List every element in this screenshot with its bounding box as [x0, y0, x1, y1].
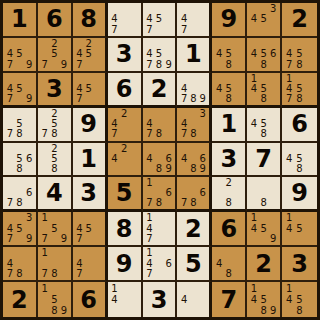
pencil-marks: 178 — [40, 248, 69, 279]
pencil-mark: 8 — [224, 269, 234, 279]
cell-r6c3[interactable]: 3 — [73, 177, 108, 212]
pencil-mark: 9 — [59, 59, 69, 69]
cell-r2c3[interactable]: 2457 — [73, 38, 108, 73]
pencil-mark: 6 — [24, 188, 34, 198]
pencil-mark: 4 — [249, 224, 259, 234]
cell-r3c4[interactable]: 6 — [108, 73, 143, 108]
pencil-marks: 4689 — [145, 144, 174, 175]
pencil-marks: 147 — [145, 213, 174, 244]
pencil-marks: 14 — [110, 283, 139, 316]
cell-value: 9 — [80, 112, 97, 136]
pencil-mark: 1 — [40, 248, 50, 258]
pencil-marks: 458 — [249, 109, 278, 140]
pencil-mark: 7 — [145, 198, 155, 208]
pencil-mark: 4 — [214, 84, 224, 94]
pencil-mark: 6 — [24, 154, 34, 164]
cell-r6c7[interactable]: 28 — [212, 177, 247, 212]
cell-r9c6[interactable]: 4 — [177, 282, 212, 317]
pencil-mark: 8 — [189, 164, 198, 174]
cell-r8c9[interactable]: 3 — [282, 247, 317, 282]
cell-value: 1 — [80, 147, 97, 171]
cell-r7c6[interactable]: 2 — [177, 212, 212, 247]
cell-r3c7[interactable]: 458 — [212, 73, 247, 108]
cell-r1c4[interactable]: 47 — [108, 3, 143, 38]
pencil-mark: 9 — [24, 59, 34, 69]
pencil-mark: 1 — [110, 283, 120, 294]
cell-r2c7[interactable]: 458 — [212, 38, 247, 73]
cell-r3c6[interactable]: 4789 — [177, 73, 212, 108]
cell-r2c2[interactable]: 2579 — [38, 38, 73, 73]
pencil-mark: 7 — [5, 234, 15, 244]
pencil-mark: 8 — [259, 94, 269, 104]
pencil-marks: 8 — [249, 178, 278, 208]
pencil-marks: 4 — [179, 283, 207, 316]
cell-r5c1[interactable]: 568 — [3, 143, 38, 178]
pencil-marks: 478 — [145, 109, 174, 140]
pencil-mark: 9 — [198, 94, 207, 104]
cell-value: 2 — [255, 252, 272, 276]
pencil-marks: 4789 — [179, 74, 207, 104]
pencil-marks: 568 — [5, 144, 34, 175]
cell-r7c9[interactable]: 145 — [282, 212, 317, 247]
cell-r8c7[interactable]: 48 — [212, 247, 247, 282]
cell-value: 3 — [291, 252, 308, 276]
pencil-mark: 8 — [259, 198, 269, 208]
pencil-marks: 258 — [40, 144, 69, 175]
pencil-mark: 5 — [84, 84, 93, 94]
cell-value: 9 — [220, 7, 237, 31]
pencil-mark: 7 — [110, 25, 120, 35]
pencil-mark: 9 — [59, 305, 69, 316]
cell-value: 8 — [80, 7, 97, 31]
pencil-mark: 7 — [145, 59, 155, 69]
cell-value: 6 — [220, 217, 237, 241]
pencil-mark: 8 — [189, 129, 198, 139]
pencil-marks: 457 — [75, 74, 103, 104]
pencil-mark: 8 — [50, 305, 60, 316]
pencil-mark: 5 — [259, 294, 269, 305]
cell-r4c1[interactable]: 578 — [3, 108, 38, 143]
pencil-mark: 7 — [179, 94, 188, 104]
cell-r9c8[interactable]: 14589 — [247, 282, 282, 317]
pencil-mark: 7 — [145, 129, 155, 139]
pencil-mark: 4 — [214, 259, 224, 269]
pencil-mark: 7 — [40, 59, 50, 69]
pencil-marks: 458 — [214, 74, 243, 104]
cell-r4c2[interactable]: 2578 — [38, 108, 73, 143]
pencil-marks: 1459 — [249, 213, 278, 244]
pencil-mark: 8 — [154, 59, 164, 69]
pencil-marks: 2457 — [75, 39, 103, 70]
cell-r6c8[interactable]: 8 — [247, 177, 282, 212]
pencil-mark: 7 — [5, 269, 15, 279]
cell-value: 2 — [185, 217, 202, 241]
pencil-mark: 7 — [40, 234, 50, 244]
cell-r8c3[interactable]: 47 — [73, 247, 108, 282]
cell-r8c5[interactable]: 1467 — [143, 247, 178, 282]
pencil-mark: 5 — [15, 84, 25, 94]
pencil-mark: 2 — [119, 144, 129, 154]
cell-value: 2 — [151, 77, 168, 101]
cell-r3c5[interactable]: 2 — [143, 73, 178, 108]
pencil-mark: 7 — [110, 129, 120, 139]
pencil-mark: 3 — [198, 109, 207, 119]
pencil-mark: 4 — [110, 154, 120, 164]
pencil-marks: 45789 — [145, 39, 174, 70]
cell-r5c4[interactable]: 24 — [108, 143, 143, 178]
cell-r4c7[interactable]: 1 — [212, 108, 247, 143]
pencil-mark: 7 — [5, 198, 15, 208]
pencil-mark: 5 — [259, 49, 269, 59]
pencil-mark: 1 — [145, 178, 155, 188]
pencil-mark: 7 — [179, 198, 188, 208]
pencil-mark: 7 — [5, 129, 15, 139]
cell-r1c6[interactable]: 47 — [177, 3, 212, 38]
cell-r5c3[interactable]: 1 — [73, 143, 108, 178]
cell-r5c9[interactable]: 458 — [282, 143, 317, 178]
cell-value: 3 — [80, 181, 97, 205]
pencil-mark: 8 — [259, 59, 269, 69]
pencil-mark: 1 — [284, 283, 294, 294]
pencil-mark: 4 — [110, 294, 120, 305]
cell-r7c4[interactable]: 8 — [108, 212, 143, 247]
pencil-mark: 8 — [154, 198, 164, 208]
cell-r6c5[interactable]: 1678 — [143, 177, 178, 212]
pencil-marks: 2578 — [40, 109, 69, 140]
pencil-mark: 6 — [198, 188, 207, 198]
pencil-mark: 2 — [224, 178, 234, 188]
pencil-mark: 4 — [249, 14, 259, 24]
pencil-mark: 5 — [294, 49, 304, 59]
pencil-marks: 24 — [110, 144, 139, 175]
pencil-mark: 9 — [268, 234, 278, 244]
cell-r6c2[interactable]: 4 — [38, 177, 73, 212]
pencil-mark: 8 — [154, 164, 164, 174]
pencil-mark: 4 — [284, 224, 294, 234]
cell-r5c5[interactable]: 4689 — [143, 143, 178, 178]
pencil-marks: 14578 — [284, 74, 315, 104]
cell-value: 3 — [46, 77, 63, 101]
pencil-marks: 3478 — [179, 109, 207, 140]
cell-value: 9 — [291, 181, 308, 205]
pencil-mark: 9 — [268, 305, 278, 316]
pencil-marks: 678 — [179, 178, 207, 208]
cell-value: 2 — [11, 288, 28, 312]
cell-r4c8[interactable]: 458 — [247, 108, 282, 143]
pencil-mark: 7 — [75, 59, 84, 69]
pencil-mark: 5 — [154, 14, 164, 24]
pencil-mark: 1 — [145, 248, 155, 258]
cell-r1c2[interactable]: 6 — [38, 3, 73, 38]
pencil-mark: 4 — [145, 154, 155, 164]
pencil-mark: 8 — [15, 164, 25, 174]
cell-value: 4 — [46, 181, 63, 205]
pencil-mark: 3 — [268, 4, 278, 14]
pencil-marks: 14589 — [249, 283, 278, 316]
pencil-mark: 7 — [75, 269, 84, 279]
pencil-mark: 9 — [164, 164, 174, 174]
cell-value: 3 — [116, 42, 133, 66]
pencil-mark: 4 — [145, 49, 155, 59]
cell-r4c3[interactable]: 9 — [73, 108, 108, 143]
cell-r5c7[interactable]: 3 — [212, 143, 247, 178]
pencil-mark: 7 — [179, 25, 188, 35]
cell-r4c5[interactable]: 478 — [143, 108, 178, 143]
pencil-mark: 1 — [40, 213, 50, 223]
pencil-marks: 578 — [5, 109, 34, 140]
pencil-marks: 47 — [75, 248, 103, 279]
cell-r5c8[interactable]: 7 — [247, 143, 282, 178]
cell-value: 9 — [116, 252, 133, 276]
pencil-mark: 5 — [50, 49, 60, 59]
pencil-marks: 4578 — [284, 39, 315, 70]
cell-r9c7[interactable]: 7 — [212, 282, 247, 317]
pencil-mark: 7 — [75, 94, 84, 104]
cell-r5c6[interactable]: 4689 — [177, 143, 212, 178]
pencil-mark: 9 — [59, 234, 69, 244]
cell-r9c5[interactable]: 3 — [143, 282, 178, 317]
pencil-mark: 8 — [294, 59, 304, 69]
pencil-mark: 8 — [259, 129, 269, 139]
cell-r7c1[interactable]: 34579 — [3, 212, 38, 247]
pencil-marks: 458 — [284, 144, 315, 175]
cell-r2c6[interactable]: 1 — [177, 38, 212, 73]
pencil-mark: 2 — [119, 109, 129, 119]
pencil-mark: 4 — [284, 294, 294, 305]
pencil-mark: 7 — [179, 129, 188, 139]
pencil-marks: 1458 — [284, 283, 315, 316]
pencil-marks: 4579 — [5, 74, 34, 104]
pencil-marks: 34579 — [5, 213, 34, 244]
pencil-mark: 8 — [294, 164, 304, 174]
pencil-mark: 5 — [294, 294, 304, 305]
pencil-mark: 8 — [154, 129, 164, 139]
pencil-mark: 7 — [75, 234, 84, 244]
pencil-mark: 7 — [284, 59, 294, 69]
cell-value: 1 — [220, 112, 237, 136]
cell-r9c4[interactable]: 14 — [108, 282, 143, 317]
pencil-marks: 478 — [5, 248, 34, 279]
cell-r4c6[interactable]: 3478 — [177, 108, 212, 143]
cell-r4c4[interactable]: 247 — [108, 108, 143, 143]
pencil-marks: 47 — [179, 4, 207, 35]
pencil-mark: 4 — [284, 154, 294, 164]
cell-r2c9[interactable]: 4578 — [282, 38, 317, 73]
pencil-mark: 7 — [145, 25, 155, 35]
pencil-mark: 4 — [284, 49, 294, 59]
pencil-mark: 7 — [5, 59, 15, 69]
pencil-mark: 7 — [40, 269, 50, 279]
cell-r8c4[interactable]: 9 — [108, 247, 143, 282]
pencil-mark: 5 — [259, 224, 269, 234]
pencil-mark: 8 — [189, 198, 198, 208]
pencil-mark: 9 — [24, 94, 34, 104]
pencil-mark: 4 — [249, 294, 259, 305]
cell-r6c9[interactable]: 9 — [282, 177, 317, 212]
pencil-mark: 5 — [294, 224, 304, 234]
pencil-mark: 6 — [164, 188, 174, 198]
pencil-mark: 8 — [15, 198, 25, 208]
cell-r3c1[interactable]: 4579 — [3, 73, 38, 108]
cell-r7c7[interactable]: 6 — [212, 212, 247, 247]
cell-value: 6 — [80, 288, 97, 312]
pencil-mark: 9 — [198, 164, 207, 174]
cell-value: 5 — [185, 252, 202, 276]
cell-value: 8 — [116, 217, 133, 241]
pencil-mark: 5 — [224, 49, 234, 59]
cell-value: 3 — [220, 147, 237, 171]
pencil-marks: 1467 — [145, 248, 174, 279]
cell-r5c2[interactable]: 258 — [38, 143, 73, 178]
cell-value: 7 — [255, 147, 272, 171]
cell-r2c1[interactable]: 4579 — [3, 38, 38, 73]
pencil-marks: 247 — [110, 109, 139, 140]
cell-r9c3[interactable]: 6 — [73, 282, 108, 317]
cell-r3c2[interactable]: 3 — [38, 73, 73, 108]
pencil-mark: 7 — [5, 94, 15, 104]
pencil-mark: 4 — [214, 49, 224, 59]
pencil-mark: 8 — [50, 129, 60, 139]
pencil-marks: 48 — [214, 248, 243, 279]
cell-value: 1 — [185, 42, 202, 66]
cell-r9c1[interactable]: 2 — [3, 282, 38, 317]
pencil-mark: 8 — [15, 129, 25, 139]
pencil-marks: 1458 — [249, 74, 278, 104]
cell-value: 1 — [11, 7, 28, 31]
pencil-marks: 4689 — [179, 144, 207, 175]
pencil-marks: 4579 — [5, 39, 34, 70]
pencil-mark: 4 — [179, 294, 188, 305]
pencil-mark: 4 — [5, 49, 15, 59]
pencil-marks: 28 — [214, 178, 243, 208]
cell-r6c6[interactable]: 678 — [177, 177, 212, 212]
pencil-mark: 9 — [24, 234, 34, 244]
pencil-mark: 5 — [15, 49, 25, 59]
cell-value: 7 — [220, 288, 237, 312]
cell-r4c9[interactable]: 6 — [282, 108, 317, 143]
pencil-mark: 7 — [40, 129, 50, 139]
pencil-mark: 8 — [259, 305, 269, 316]
cell-r6c1[interactable]: 678 — [3, 177, 38, 212]
cell-r3c3[interactable]: 457 — [73, 73, 108, 108]
cell-r1c1[interactable]: 1 — [3, 3, 38, 38]
cell-r8c1[interactable]: 478 — [3, 247, 38, 282]
pencil-mark: 4 — [249, 84, 259, 94]
cell-value: 3 — [151, 288, 168, 312]
pencil-mark: 4 — [179, 154, 188, 164]
cell-r9c9[interactable]: 1458 — [282, 282, 317, 317]
pencil-mark: 8 — [50, 164, 60, 174]
cell-r1c7[interactable]: 9 — [212, 3, 247, 38]
pencil-mark: 7 — [284, 94, 294, 104]
pencil-marks: 4568 — [249, 39, 278, 70]
pencil-mark: 8 — [50, 269, 60, 279]
cell-r2c4[interactable]: 3 — [108, 38, 143, 73]
pencil-marks: 1579 — [40, 213, 69, 244]
pencil-mark: 8 — [15, 269, 25, 279]
pencil-mark: 4 — [75, 49, 84, 59]
pencil-mark: 1 — [249, 283, 259, 294]
pencil-mark: 8 — [189, 94, 198, 104]
cell-r7c2[interactable]: 1579 — [38, 212, 73, 247]
cell-r3c9[interactable]: 14578 — [282, 73, 317, 108]
pencil-marks: 457 — [75, 213, 103, 244]
cell-r1c9[interactable]: 2 — [282, 3, 317, 38]
cell-r8c8[interactable]: 2 — [247, 247, 282, 282]
pencil-marks: 47 — [110, 4, 139, 35]
pencil-mark: 7 — [145, 234, 155, 244]
cell-value: 2 — [291, 7, 308, 31]
pencil-marks: 458 — [214, 39, 243, 70]
sudoku-board: 1684745747934524579257924573457891458456… — [0, 0, 320, 320]
cell-r3c8[interactable]: 1458 — [247, 73, 282, 108]
cell-r1c8[interactable]: 345 — [247, 3, 282, 38]
pencil-marks: 678 — [5, 178, 34, 208]
pencil-mark: 5 — [84, 224, 93, 234]
pencil-mark: 7 — [145, 269, 155, 279]
pencil-mark: 5 — [154, 49, 164, 59]
cell-r6c4[interactable]: 5 — [108, 177, 143, 212]
pencil-mark: 5 — [50, 294, 60, 305]
pencil-marks: 345 — [249, 4, 278, 35]
pencil-mark: 4 — [249, 119, 259, 129]
pencil-mark: 8 — [224, 59, 234, 69]
pencil-mark: 8 — [224, 198, 234, 208]
pencil-mark: 4 — [249, 49, 259, 59]
pencil-mark: 6 — [268, 49, 278, 59]
cell-r7c8[interactable]: 1459 — [247, 212, 282, 247]
pencil-mark: 1 — [40, 283, 50, 294]
cell-r7c3[interactable]: 457 — [73, 212, 108, 247]
cell-r1c3[interactable]: 8 — [73, 3, 108, 38]
cell-value: 6 — [46, 7, 63, 31]
pencil-marks: 1678 — [145, 178, 174, 208]
cell-r9c2[interactable]: 1589 — [38, 282, 73, 317]
cell-value: 6 — [291, 112, 308, 136]
cell-r8c2[interactable]: 178 — [38, 247, 73, 282]
cell-r1c5[interactable]: 457 — [143, 3, 178, 38]
pencil-marks: 145 — [284, 213, 315, 244]
pencil-mark: 8 — [224, 94, 234, 104]
pencil-marks: 2579 — [40, 39, 69, 70]
pencil-mark: 9 — [164, 59, 174, 69]
pencil-mark: 5 — [84, 49, 93, 59]
pencil-mark: 8 — [294, 305, 304, 316]
cell-r8c6[interactable]: 5 — [177, 247, 212, 282]
cell-r2c8[interactable]: 4568 — [247, 38, 282, 73]
cell-value: 5 — [116, 181, 133, 205]
pencil-mark: 5 — [259, 14, 269, 24]
cell-r7c5[interactable]: 147 — [143, 212, 178, 247]
pencil-marks: 1589 — [40, 283, 69, 316]
pencil-mark: 5 — [50, 224, 60, 234]
cell-value: 6 — [116, 77, 133, 101]
pencil-mark: 5 — [15, 224, 25, 234]
pencil-mark: 3 — [24, 213, 34, 223]
pencil-mark: 6 — [164, 259, 174, 269]
pencil-mark: 8 — [294, 94, 304, 104]
cell-r2c5[interactable]: 45789 — [143, 38, 178, 73]
pencil-marks: 457 — [145, 4, 174, 35]
